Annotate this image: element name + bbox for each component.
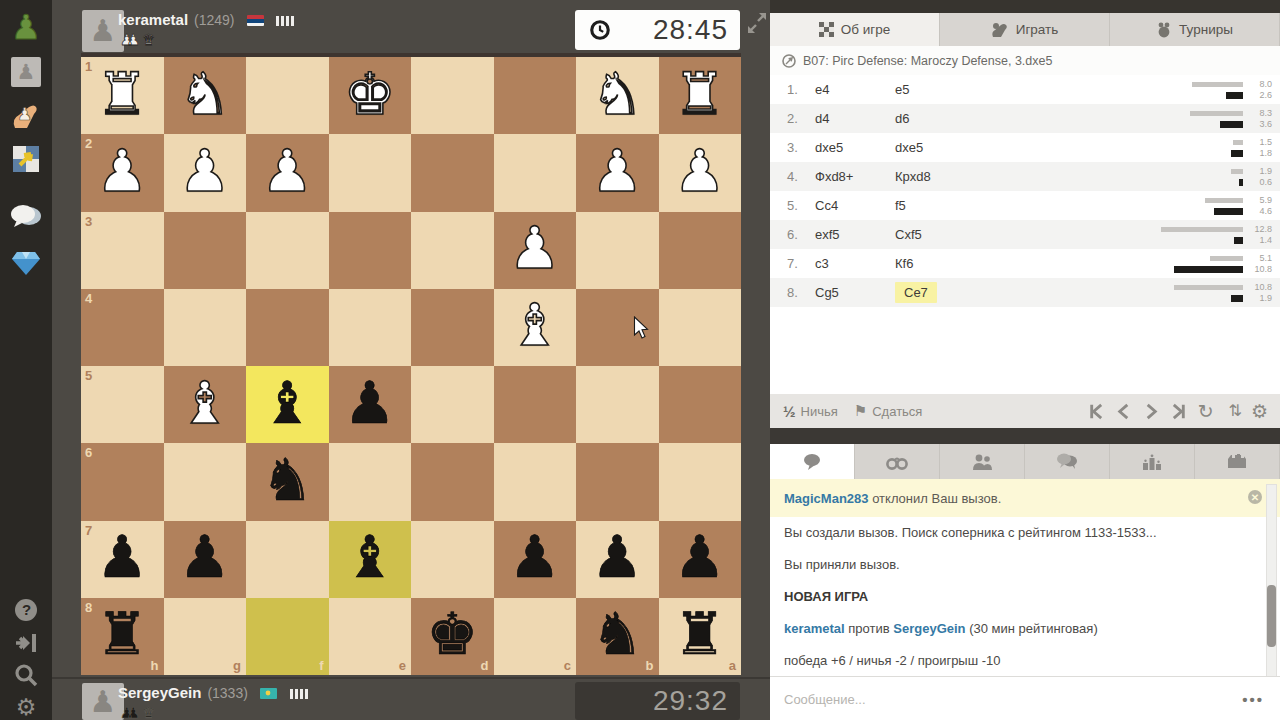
kazakhstan-flag-icon: [260, 688, 277, 699]
move-row: 4.Фxd8+Крxd81.90.6: [770, 162, 1280, 191]
tab-label: Турниры: [1179, 22, 1233, 37]
square-a7[interactable]: ♟: [659, 521, 742, 598]
move-times: 10.81.9: [1174, 283, 1280, 303]
square-c1[interactable]: [494, 57, 577, 134]
square-d5[interactable]: [411, 366, 494, 443]
black-move[interactable]: Крxd8: [895, 169, 975, 184]
black-clock-time: 29:32: [575, 685, 740, 717]
file-label: g: [233, 658, 241, 673]
chat-message: Вы создали вызов. Поиск соперника с рейт…: [784, 525, 1262, 540]
clock-icon: [575, 19, 611, 41]
move-times: 5.110.8: [1174, 254, 1280, 274]
rank-label: 5: [85, 368, 92, 383]
time-value: 1.4: [1248, 235, 1272, 245]
black-move[interactable]: d6: [895, 111, 975, 126]
square-c4[interactable]: ♝: [494, 289, 577, 366]
square-b8[interactable]: b♞: [576, 598, 659, 675]
square-b6[interactable]: [576, 443, 659, 520]
rank-label: 7: [85, 523, 92, 538]
square-a6[interactable]: [659, 443, 742, 520]
white-knight[interactable]: ♞: [591, 65, 643, 123]
white-bishop[interactable]: ♝: [509, 296, 561, 354]
opening-compass-icon: [782, 54, 796, 68]
panel-gap: [770, 428, 1280, 444]
premium-diamond-icon[interactable]: [0, 247, 52, 279]
white-time-bar: [1174, 285, 1243, 290]
square-h6[interactable]: 6: [81, 443, 164, 520]
white-pawn[interactable]: ♟: [96, 142, 148, 200]
square-c5[interactable]: [494, 366, 577, 443]
next-move-button[interactable]: [1142, 402, 1161, 421]
chat-tab-observers[interactable]: [855, 444, 940, 479]
chat-options-icon[interactable]: •••: [1242, 691, 1280, 708]
white-move[interactable]: c3: [815, 256, 895, 271]
white-time-bar: [1190, 111, 1243, 116]
connection-bars-icon: [276, 16, 294, 26]
square-d7[interactable]: [411, 521, 494, 598]
chat-message: Вы приняли вызов.: [784, 557, 1262, 572]
square-c8[interactable]: c: [494, 598, 577, 675]
move-number: 8.: [770, 285, 815, 300]
chat-tab-messages[interactable]: [770, 444, 855, 479]
square-f5[interactable]: ♝: [246, 366, 329, 443]
square-f7[interactable]: [246, 521, 329, 598]
file-label: d: [481, 658, 489, 673]
time-value: 8.0: [1248, 79, 1272, 89]
black-pawn[interactable]: ♟: [509, 528, 561, 586]
square-b3[interactable]: [576, 212, 659, 289]
serbia-flag-icon: [247, 15, 264, 26]
top-player-info: kerametal(1249): [118, 11, 294, 29]
main-tabs: Об игре Играть Турниры: [770, 13, 1280, 46]
chat-bubbles-icon[interactable]: [0, 200, 52, 234]
move-row: 1.e4e58.02.6: [770, 75, 1280, 104]
black-king[interactable]: ♚: [426, 605, 478, 663]
black-clock: 29:32: [575, 682, 740, 720]
square-d1[interactable]: [411, 57, 494, 134]
svg-text:?: ?: [22, 601, 31, 618]
move-row: 8.Сg5Сe710.81.9: [770, 278, 1280, 307]
square-e7[interactable]: ♝: [329, 521, 412, 598]
white-pawn[interactable]: ♟: [179, 142, 231, 200]
resign-label: Сдаться: [872, 404, 922, 419]
time-value: 5.1: [1248, 253, 1272, 263]
white-bishop[interactable]: ♝: [179, 374, 231, 432]
black-bishop[interactable]: ♝: [344, 528, 396, 586]
login-arrow-icon[interactable]: [0, 630, 52, 656]
move-number: 5.: [770, 198, 815, 213]
square-c6[interactable]: [494, 443, 577, 520]
file-label: a: [729, 658, 736, 673]
move-number: 2.: [770, 111, 815, 126]
chat-panel: MagicMan283 отклонил Ваш вызов. ✕ Вы соз…: [770, 444, 1280, 720]
white-king[interactable]: ♚: [344, 65, 396, 123]
square-f3[interactable]: [246, 212, 329, 289]
file-label: e: [399, 658, 406, 673]
black-bishop[interactable]: ♝: [261, 374, 313, 432]
black-rook[interactable]: ♜: [674, 605, 726, 663]
square-g5[interactable]: ♝: [164, 366, 247, 443]
chat-tab-rooms[interactable]: [1025, 444, 1110, 479]
white-pawn[interactable]: ♟: [591, 142, 643, 200]
black-time-bar: [1226, 92, 1243, 99]
white-pawn[interactable]: ♟: [261, 142, 313, 200]
white-move[interactable]: Сg5: [815, 285, 895, 300]
resign-button[interactable]: ⚑ Сдаться: [838, 404, 923, 419]
black-pawn[interactable]: ♟: [179, 528, 231, 586]
white-move[interactable]: e4: [815, 82, 895, 97]
move-times: 8.02.6: [1192, 80, 1280, 100]
black-move[interactable]: Сxf5: [895, 227, 975, 242]
new-game-title: НОВАЯ ИГРА: [784, 589, 1262, 604]
black-pawn[interactable]: ♟: [674, 528, 726, 586]
black-time-bar: [1231, 295, 1243, 302]
square-h5[interactable]: 5: [81, 366, 164, 443]
flip-board-icon[interactable]: ⇅: [1229, 403, 1242, 419]
square-h4[interactable]: 4: [81, 289, 164, 366]
white-move[interactable]: dxe5: [815, 140, 895, 155]
game-area: ♟ kerametal(1249) ♟♟♛ 28:45 1♜♞♚♞♜2♟♟♟♟♟…: [52, 0, 770, 720]
right-panel: Об игре Играть Турниры B07: Pirc Defense…: [770, 0, 1280, 720]
tab-about-game[interactable]: Об игре: [770, 13, 940, 46]
top-player-name[interactable]: kerametal: [118, 11, 188, 28]
time-value: 1.9: [1248, 293, 1272, 303]
chesscom-logo-icon[interactable]: ♟: [0, 8, 52, 46]
first-move-button[interactable]: [1086, 402, 1105, 421]
square-a8[interactable]: a♜: [659, 598, 742, 675]
prev-move-button[interactable]: [1114, 402, 1133, 421]
move-times: 1.51.8: [1231, 138, 1280, 158]
black-move[interactable]: dxe5: [895, 140, 975, 155]
chat-tab-pieces-box[interactable]: [1195, 444, 1280, 479]
white-clock: 28:45: [575, 10, 740, 50]
rank-label: 3: [85, 214, 92, 229]
new-game-players: kerametal против SergeyGein (30 мин рейт…: [784, 621, 1262, 636]
time-value: 1.9: [1248, 166, 1272, 176]
square-c7[interactable]: ♟: [494, 521, 577, 598]
draw-label: Ничья: [801, 404, 838, 419]
move-list: 1.e4e58.02.62.d4d68.33.63.dxe5dxe51.51.8…: [770, 75, 1280, 394]
time-value: 10.8: [1248, 264, 1272, 274]
move-times: 1.90.6: [1231, 167, 1280, 187]
square-h1[interactable]: 1♜: [81, 57, 164, 134]
square-g1[interactable]: ♞: [164, 57, 247, 134]
app-sidebar: ♟ ♟ ♟ ? ⚙: [0, 0, 52, 720]
white-pawn[interactable]: ♟: [509, 219, 561, 277]
board-icon: [819, 22, 834, 37]
square-a2[interactable]: ♟: [659, 134, 742, 211]
square-h8[interactable]: 8h♜: [81, 598, 164, 675]
settings-gear-icon[interactable]: ⚙: [1251, 402, 1268, 421]
svg-text:♟: ♟: [17, 104, 32, 124]
square-e8[interactable]: e: [329, 598, 412, 675]
square-d2[interactable]: [411, 134, 494, 211]
move-times: 12.81.4: [1161, 225, 1280, 245]
rank-label: 6: [85, 445, 92, 460]
black-move[interactable]: e5: [895, 82, 975, 97]
square-d4[interactable]: [411, 289, 494, 366]
square-g3[interactable]: [164, 212, 247, 289]
black-knight[interactable]: ♞: [261, 451, 313, 509]
white-move[interactable]: Сc4: [815, 198, 895, 213]
white-move[interactable]: d4: [815, 111, 895, 126]
square-f6[interactable]: ♞: [246, 443, 329, 520]
square-b7[interactable]: ♟: [576, 521, 659, 598]
refresh-icon[interactable]: ↻: [1198, 402, 1214, 421]
square-h3[interactable]: 3: [81, 212, 164, 289]
square-g7[interactable]: ♟: [164, 521, 247, 598]
banner-username[interactable]: MagicMan283: [784, 491, 869, 506]
bottom-player-rating: (1333): [207, 685, 247, 701]
play-hand-icon[interactable]: ♟: [0, 97, 52, 131]
new-game-stakes: победа +6 / ничья -2 / проигрыш -10: [784, 653, 1262, 668]
white-time-bar: [1205, 198, 1243, 203]
square-g6[interactable]: [164, 443, 247, 520]
move-row: 2.d4d68.33.6: [770, 104, 1280, 133]
square-e3[interactable]: [329, 212, 412, 289]
square-e6[interactable]: [329, 443, 412, 520]
time-value: 4.6: [1248, 206, 1272, 216]
message-input[interactable]: Сообщение...: [770, 692, 866, 707]
white-pawn[interactable]: ♟: [674, 142, 726, 200]
connection-bars-icon: [290, 689, 308, 699]
black-time-bar: [1214, 208, 1243, 215]
time-value: 2.6: [1248, 90, 1272, 100]
square-b1[interactable]: ♞: [576, 57, 659, 134]
square-d8[interactable]: d♚: [411, 598, 494, 675]
square-e5[interactable]: ♟: [329, 366, 412, 443]
tab-tournaments[interactable]: Турниры: [1110, 13, 1280, 46]
black-move[interactable]: Кf6: [895, 256, 975, 271]
black-move[interactable]: Сe7: [895, 285, 975, 300]
white-time-bar: [1233, 140, 1243, 145]
file-label: b: [646, 658, 654, 673]
top-player-rating: (1249): [194, 12, 234, 28]
white-player-link[interactable]: kerametal: [784, 621, 845, 636]
daily-puzzle-icon[interactable]: [0, 143, 52, 175]
move-number: 7.: [770, 256, 815, 271]
time-value: 0.6: [1248, 177, 1272, 187]
resign-flag-icon: ⚑: [854, 404, 867, 419]
square-b2[interactable]: ♟: [576, 134, 659, 211]
square-a5[interactable]: [659, 366, 742, 443]
white-time-bar: [1192, 82, 1243, 87]
square-f1[interactable]: [246, 57, 329, 134]
chat-tab-standings[interactable]: [1110, 444, 1195, 479]
bottom-player-name[interactable]: SergeyGein: [118, 684, 201, 701]
game-controls: ½ Ничья ⚑ Сдаться ↻ ⇅ ⚙: [770, 394, 1280, 428]
square-h2[interactable]: 2♟: [81, 134, 164, 211]
square-f8[interactable]: f: [246, 598, 329, 675]
chat-tabs: [770, 444, 1280, 479]
square-c2[interactable]: [494, 134, 577, 211]
black-pawn[interactable]: ♟: [96, 528, 148, 586]
tab-play[interactable]: Играть: [940, 13, 1110, 46]
time-value: 10.8: [1248, 282, 1272, 292]
square-e4[interactable]: [329, 289, 412, 366]
expand-board-icon[interactable]: [747, 12, 767, 34]
square-b5[interactable]: [576, 366, 659, 443]
rank-label: 8: [85, 600, 92, 615]
square-g4[interactable]: [164, 289, 247, 366]
square-h7[interactable]: 7♟: [81, 521, 164, 598]
move-row: 7.c3Кf65.110.8: [770, 249, 1280, 278]
white-time-bar: [1210, 256, 1243, 261]
move-row: 6.exf5Сxf512.81.4: [770, 220, 1280, 249]
rank-label: 2: [85, 136, 92, 151]
opening-row: B07: Pirc Defense: Maroczy Defense, 3.dx…: [770, 46, 1280, 75]
top-player-captured-pieces: ♟♟♛: [120, 33, 155, 48]
move-number: 3.: [770, 140, 815, 155]
chat-tab-friends[interactable]: [940, 444, 1025, 479]
square-a1[interactable]: ♜: [659, 57, 742, 134]
black-time-bar: [1234, 237, 1243, 244]
black-time-bar: [1239, 179, 1243, 186]
square-e1[interactable]: ♚: [329, 57, 412, 134]
square-a4[interactable]: [659, 289, 742, 366]
white-rook[interactable]: ♜: [96, 65, 148, 123]
white-rook[interactable]: ♜: [674, 65, 726, 123]
bottom-player-captured-pieces: ♟♟♛: [120, 706, 155, 720]
white-knight[interactable]: ♞: [179, 65, 231, 123]
square-g8[interactable]: g: [164, 598, 247, 675]
last-move-button[interactable]: [1170, 402, 1189, 421]
square-g2[interactable]: ♟: [164, 134, 247, 211]
chess-board[interactable]: 1♜♞♚♞♜2♟♟♟♟♟3♟4♝5♝♝♟6♞7♟♟♝♟♟♟8h♜gfed♚cb♞…: [81, 57, 741, 675]
trophy-icon: [1156, 22, 1172, 38]
black-time-bar: [1231, 150, 1243, 157]
white-clock-time: 28:45: [611, 14, 740, 46]
black-player-link[interactable]: SergeyGein: [893, 621, 965, 636]
black-rook[interactable]: ♜: [96, 605, 148, 663]
file-label: f: [319, 658, 323, 673]
black-pawn[interactable]: ♟: [591, 528, 643, 586]
opening-name: B07: Pirc Defense: Maroczy Defense, 3.dx…: [803, 54, 1052, 68]
move-number: 6.: [770, 227, 815, 242]
mouse-cursor: [633, 316, 650, 340]
play-icon: [991, 22, 1009, 38]
square-d6[interactable]: [411, 443, 494, 520]
square-f4[interactable]: [246, 289, 329, 366]
black-pawn[interactable]: ♟: [344, 374, 396, 432]
move-number: 4.: [770, 169, 815, 184]
chat-messages: Вы создали вызов. Поиск соперника с рейт…: [770, 517, 1262, 676]
time-value: 1.8: [1248, 148, 1272, 158]
move-number: 1.: [770, 82, 815, 97]
black-time-bar: [1174, 266, 1243, 273]
time-value: 1.5: [1248, 137, 1272, 147]
move-times: 8.33.6: [1190, 109, 1280, 129]
scrollbar-thumb[interactable]: [1267, 585, 1276, 647]
tab-label: Об игре: [841, 22, 890, 37]
time-value: 8.3: [1248, 108, 1272, 118]
square-d3[interactable]: [411, 212, 494, 289]
draw-button[interactable]: ½ Ничья: [770, 403, 838, 420]
white-time-bar: [1161, 227, 1243, 232]
black-knight[interactable]: ♞: [591, 605, 643, 663]
time-value: 5.9: [1248, 195, 1272, 205]
black-time-bar: [1220, 121, 1243, 128]
move-row: 5.Сc4f55.94.6: [770, 191, 1280, 220]
rank-label: 1: [85, 59, 92, 74]
half-icon: ½: [783, 403, 796, 420]
settings-gear-icon[interactable]: ⚙: [0, 694, 52, 720]
white-time-bar: [1231, 169, 1243, 174]
square-e2[interactable]: [329, 134, 412, 211]
move-times: 5.94.6: [1205, 196, 1280, 216]
white-move[interactable]: Фxd8+: [815, 169, 895, 184]
rank-label: 4: [85, 291, 92, 306]
search-icon[interactable]: [0, 662, 52, 688]
message-input-row: Сообщение... •••: [770, 676, 1280, 720]
time-value: 12.8: [1248, 224, 1272, 234]
banner-close-icon[interactable]: ✕: [1248, 490, 1262, 504]
tab-label: Играть: [1016, 22, 1059, 37]
black-move[interactable]: f5: [895, 198, 975, 213]
profile-avatar-icon[interactable]: ♟: [0, 56, 52, 88]
file-label: c: [564, 658, 571, 673]
time-value: 3.6: [1248, 119, 1272, 129]
help-icon[interactable]: ?: [0, 597, 52, 623]
challenge-banner: MagicMan283 отклонил Ваш вызов. ✕: [770, 479, 1280, 517]
white-move[interactable]: exf5: [815, 227, 895, 242]
square-c3[interactable]: ♟: [494, 212, 577, 289]
move-row: 3.dxe5dxe51.51.8: [770, 133, 1280, 162]
file-label: h: [151, 658, 159, 673]
square-f2[interactable]: ♟: [246, 134, 329, 211]
bottom-player-info: SergeyGein(1333): [118, 684, 308, 702]
square-a3[interactable]: [659, 212, 742, 289]
